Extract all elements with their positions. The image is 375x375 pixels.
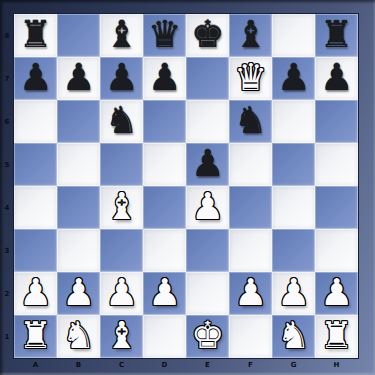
rank-label-2: 2: [0, 272, 14, 315]
rank-label-4: 4: [0, 186, 14, 229]
square-a3[interactable]: [14, 229, 57, 272]
white-pawn-h2-piece[interactable]: ♟: [315, 272, 358, 315]
square-f8[interactable]: ♝: [229, 14, 272, 57]
black-pawn-g7-piece[interactable]: ♟: [272, 57, 315, 100]
square-c7[interactable]: ♟: [100, 57, 143, 100]
square-d7[interactable]: ♟: [143, 57, 186, 100]
chess-board: ♜♝♛♚♝♜♟♟♟♟♛♟♟♞♞♟♝♟♟♟♟♟♟♟♟♜♞♝♚♞♜: [14, 14, 358, 358]
square-h7[interactable]: ♟: [315, 57, 358, 100]
rank-coordinates: 87654321: [0, 14, 14, 358]
square-a8[interactable]: ♜: [14, 14, 57, 57]
black-rook-a8-piece[interactable]: ♜: [14, 14, 57, 57]
file-label-b: B: [57, 358, 100, 375]
square-c5[interactable]: [100, 143, 143, 186]
square-g7[interactable]: ♟: [272, 57, 315, 100]
rank-label-1: 1: [0, 315, 14, 358]
square-e8[interactable]: ♚: [186, 14, 229, 57]
square-d4[interactable]: [143, 186, 186, 229]
square-g1[interactable]: ♞: [272, 315, 315, 358]
file-label-h: H: [315, 358, 358, 375]
square-f5[interactable]: [229, 143, 272, 186]
black-pawn-a7-piece[interactable]: ♟: [14, 57, 57, 100]
square-a1[interactable]: ♜: [14, 315, 57, 358]
white-bishop-c1-piece[interactable]: ♝: [100, 315, 143, 358]
white-bishop-c4-piece[interactable]: ♝: [100, 186, 143, 229]
rank-label-6: 6: [0, 100, 14, 143]
square-d3[interactable]: [143, 229, 186, 272]
square-g4[interactable]: [272, 186, 315, 229]
square-h6[interactable]: [315, 100, 358, 143]
square-a7[interactable]: ♟: [14, 57, 57, 100]
square-g5[interactable]: [272, 143, 315, 186]
square-c1[interactable]: ♝: [100, 315, 143, 358]
file-label-c: C: [100, 358, 143, 375]
square-f3[interactable]: [229, 229, 272, 272]
square-c6[interactable]: ♞: [100, 100, 143, 143]
square-b5[interactable]: [57, 143, 100, 186]
white-pawn-g2-piece[interactable]: ♟: [272, 272, 315, 315]
square-h1[interactable]: ♜: [315, 315, 358, 358]
file-label-f: F: [229, 358, 272, 375]
square-f4[interactable]: [229, 186, 272, 229]
rank-label-8: 8: [0, 14, 14, 57]
square-d5[interactable]: [143, 143, 186, 186]
square-e2[interactable]: [186, 272, 229, 315]
white-rook-a1-piece[interactable]: ♜: [14, 315, 57, 358]
board-frame: 87654321 ABCDEFGH ♜♝♛♚♝♜♟♟♟♟♛♟♟♞♞♟♝♟♟♟♟♟…: [0, 0, 375, 375]
rank-label-5: 5: [0, 143, 14, 186]
white-queen-f7-piece[interactable]: ♛: [229, 57, 272, 100]
square-c2[interactable]: ♟: [100, 272, 143, 315]
square-f1[interactable]: [229, 315, 272, 358]
square-g3[interactable]: [272, 229, 315, 272]
white-pawn-c2-piece[interactable]: ♟: [100, 272, 143, 315]
square-b8[interactable]: [57, 14, 100, 57]
black-pawn-c7-piece[interactable]: ♟: [100, 57, 143, 100]
white-knight-b1-piece[interactable]: ♞: [57, 315, 100, 358]
square-b1[interactable]: ♞: [57, 315, 100, 358]
square-a4[interactable]: [14, 186, 57, 229]
black-bishop-c8-piece[interactable]: ♝: [100, 14, 143, 57]
black-king-e8-piece[interactable]: ♚: [186, 14, 229, 57]
square-b3[interactable]: [57, 229, 100, 272]
rank-label-3: 3: [0, 229, 14, 272]
square-e6[interactable]: [186, 100, 229, 143]
black-knight-f6-piece[interactable]: ♞: [229, 100, 272, 143]
file-label-d: D: [143, 358, 186, 375]
square-b2[interactable]: ♟: [57, 272, 100, 315]
rank-label-7: 7: [0, 57, 14, 100]
black-queen-d8-piece[interactable]: ♛: [143, 14, 186, 57]
square-d8[interactable]: ♛: [143, 14, 186, 57]
black-bishop-f8-piece[interactable]: ♝: [229, 14, 272, 57]
black-rook-h8-piece[interactable]: ♜: [315, 14, 358, 57]
square-h3[interactable]: [315, 229, 358, 272]
square-h8[interactable]: ♜: [315, 14, 358, 57]
square-f6[interactable]: ♞: [229, 100, 272, 143]
white-pawn-d2-piece[interactable]: ♟: [143, 272, 186, 315]
square-e1[interactable]: ♚: [186, 315, 229, 358]
square-e3[interactable]: [186, 229, 229, 272]
square-d2[interactable]: ♟: [143, 272, 186, 315]
square-e4[interactable]: ♟: [186, 186, 229, 229]
square-a2[interactable]: ♟: [14, 272, 57, 315]
square-d6[interactable]: [143, 100, 186, 143]
square-g6[interactable]: [272, 100, 315, 143]
black-pawn-b7-piece[interactable]: ♟: [57, 57, 100, 100]
white-rook-h1-piece[interactable]: ♜: [315, 315, 358, 358]
square-h5[interactable]: [315, 143, 358, 186]
square-f2[interactable]: ♟: [229, 272, 272, 315]
file-label-e: E: [186, 358, 229, 375]
white-king-e1-piece[interactable]: ♚: [186, 315, 229, 358]
square-h4[interactable]: [315, 186, 358, 229]
black-pawn-d7-piece[interactable]: ♟: [143, 57, 186, 100]
black-pawn-e5-piece[interactable]: ♟: [186, 143, 229, 186]
square-d1[interactable]: [143, 315, 186, 358]
square-b4[interactable]: [57, 186, 100, 229]
black-pawn-h7-piece[interactable]: ♟: [315, 57, 358, 100]
square-e7[interactable]: [186, 57, 229, 100]
white-knight-g1-piece[interactable]: ♞: [272, 315, 315, 358]
square-e5[interactable]: ♟: [186, 143, 229, 186]
white-pawn-f2-piece[interactable]: ♟: [229, 272, 272, 315]
square-c4[interactable]: ♝: [100, 186, 143, 229]
white-pawn-e4-piece[interactable]: ♟: [186, 186, 229, 229]
white-pawn-b2-piece[interactable]: ♟: [57, 272, 100, 315]
file-label-a: A: [14, 358, 57, 375]
file-coordinates: ABCDEFGH: [14, 358, 358, 375]
square-c8[interactable]: ♝: [100, 14, 143, 57]
black-knight-c6-piece[interactable]: ♞: [100, 100, 143, 143]
square-c3[interactable]: [100, 229, 143, 272]
square-f7[interactable]: ♛: [229, 57, 272, 100]
square-b7[interactable]: ♟: [57, 57, 100, 100]
square-h2[interactable]: ♟: [315, 272, 358, 315]
square-a6[interactable]: [14, 100, 57, 143]
square-g2[interactable]: ♟: [272, 272, 315, 315]
square-g8[interactable]: [272, 14, 315, 57]
white-pawn-a2-piece[interactable]: ♟: [14, 272, 57, 315]
file-label-g: G: [272, 358, 315, 375]
square-b6[interactable]: [57, 100, 100, 143]
square-a5[interactable]: [14, 143, 57, 186]
